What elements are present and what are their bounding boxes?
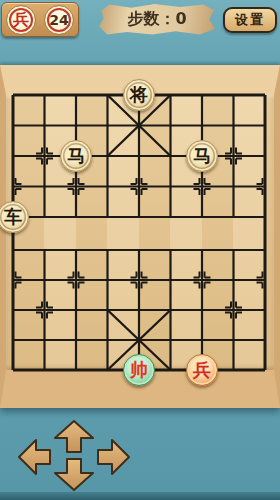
piece-black-general[interactable]: 将 <box>123 79 155 111</box>
level-count-token: 24 <box>44 5 74 35</box>
steps-counter: 步数：0 <box>99 4 215 35</box>
piece-red-soldier[interactable]: 兵 <box>186 354 218 386</box>
steps-counter-text: 步数：0 <box>127 9 186 30</box>
piece-black-horse-left[interactable]: 马 <box>60 140 92 172</box>
app-root: 兵 24 步数：0 设置 将 马 马 车 帅 兵 <box>0 0 280 500</box>
piece-black-horse-right[interactable]: 马 <box>186 140 218 172</box>
level-count: 24 <box>49 12 68 28</box>
level-badge: 兵 24 <box>1 2 79 37</box>
soldier-badge-token: 兵 <box>6 5 36 35</box>
soldier-badge-char: 兵 <box>13 10 29 31</box>
piece-red-general[interactable]: 帅 <box>123 354 155 386</box>
settings-button[interactable]: 设置 <box>223 7 277 33</box>
dpad-down-button[interactable] <box>55 459 93 490</box>
bottom-shadow-strip <box>0 492 280 500</box>
dpad-up-button[interactable] <box>55 421 93 452</box>
dpad-left-button[interactable] <box>19 440 50 474</box>
dpad <box>0 408 150 500</box>
xiangqi-board: 将 马 马 车 帅 兵 <box>0 65 280 408</box>
dpad-right-button[interactable] <box>98 440 129 474</box>
